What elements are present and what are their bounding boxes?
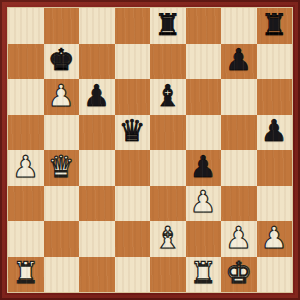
white-pawn-a4[interactable]: ♟ [12,152,39,182]
square-b6[interactable]: ♟ [44,79,80,115]
square-h1[interactable] [257,257,293,293]
square-h6[interactable] [257,79,293,115]
square-a4[interactable]: ♟ [8,150,44,186]
square-g6[interactable] [221,79,257,115]
square-c4[interactable] [79,150,115,186]
square-d6[interactable] [115,79,151,115]
chess-board: ♜♜♚♟♟♟♝♛♟♟♛♟♟♝♟♟♜♜♚ [8,8,292,292]
black-rook-h8[interactable]: ♜ [261,10,288,40]
square-a5[interactable] [8,115,44,151]
white-rook-a1[interactable]: ♜ [12,258,39,288]
black-rook-e8[interactable]: ♜ [154,10,181,40]
square-e7[interactable] [150,44,186,80]
square-d7[interactable] [115,44,151,80]
square-f1[interactable]: ♜ [186,257,222,293]
black-pawn-h5[interactable]: ♟ [261,116,288,146]
square-h5[interactable]: ♟ [257,115,293,151]
square-a3[interactable] [8,186,44,222]
square-a7[interactable] [8,44,44,80]
black-pawn-f4[interactable]: ♟ [190,152,217,182]
square-g8[interactable] [221,8,257,44]
square-h2[interactable]: ♟ [257,221,293,257]
square-d8[interactable] [115,8,151,44]
black-pawn-c6[interactable]: ♟ [83,81,110,111]
square-g2[interactable]: ♟ [221,221,257,257]
square-d1[interactable] [115,257,151,293]
black-king-b7[interactable]: ♚ [48,45,75,75]
square-c8[interactable] [79,8,115,44]
square-e8[interactable]: ♜ [150,8,186,44]
square-f8[interactable] [186,8,222,44]
square-b7[interactable]: ♚ [44,44,80,80]
square-a2[interactable] [8,221,44,257]
square-c2[interactable] [79,221,115,257]
square-e5[interactable] [150,115,186,151]
square-d2[interactable] [115,221,151,257]
square-b4[interactable]: ♛ [44,150,80,186]
square-c3[interactable] [79,186,115,222]
square-g7[interactable]: ♟ [221,44,257,80]
square-f5[interactable] [186,115,222,151]
square-e2[interactable]: ♝ [150,221,186,257]
white-rook-f1[interactable]: ♜ [190,258,217,288]
white-queen-b4[interactable]: ♛ [48,152,75,182]
square-c1[interactable] [79,257,115,293]
square-d4[interactable] [115,150,151,186]
white-pawn-g2[interactable]: ♟ [225,223,252,253]
white-king-g1[interactable]: ♚ [225,258,252,288]
white-pawn-b6[interactable]: ♟ [48,81,75,111]
square-e3[interactable] [150,186,186,222]
square-a1[interactable]: ♜ [8,257,44,293]
square-c5[interactable] [79,115,115,151]
square-h8[interactable]: ♜ [257,8,293,44]
square-c7[interactable] [79,44,115,80]
square-a8[interactable] [8,8,44,44]
square-e6[interactable]: ♝ [150,79,186,115]
white-pawn-f3[interactable]: ♟ [190,187,217,217]
square-b8[interactable] [44,8,80,44]
square-c6[interactable]: ♟ [79,79,115,115]
square-b2[interactable] [44,221,80,257]
square-f6[interactable] [186,79,222,115]
white-bishop-e2[interactable]: ♝ [154,223,181,253]
square-a6[interactable] [8,79,44,115]
black-queen-d5[interactable]: ♛ [119,116,146,146]
square-g5[interactable] [221,115,257,151]
square-b5[interactable] [44,115,80,151]
square-f2[interactable] [186,221,222,257]
square-b3[interactable] [44,186,80,222]
square-h7[interactable] [257,44,293,80]
square-g1[interactable]: ♚ [221,257,257,293]
black-pawn-g7[interactable]: ♟ [225,45,252,75]
square-h3[interactable] [257,186,293,222]
square-h4[interactable] [257,150,293,186]
square-f7[interactable] [186,44,222,80]
black-bishop-e6[interactable]: ♝ [154,81,181,111]
square-g3[interactable] [221,186,257,222]
square-f4[interactable]: ♟ [186,150,222,186]
square-d3[interactable] [115,186,151,222]
square-g4[interactable] [221,150,257,186]
square-b1[interactable] [44,257,80,293]
white-pawn-h2[interactable]: ♟ [261,223,288,253]
square-f3[interactable]: ♟ [186,186,222,222]
square-d5[interactable]: ♛ [115,115,151,151]
square-e1[interactable] [150,257,186,293]
board-frame: ♜♜♚♟♟♟♝♛♟♟♛♟♟♝♟♟♜♜♚ [0,0,300,300]
square-e4[interactable] [150,150,186,186]
